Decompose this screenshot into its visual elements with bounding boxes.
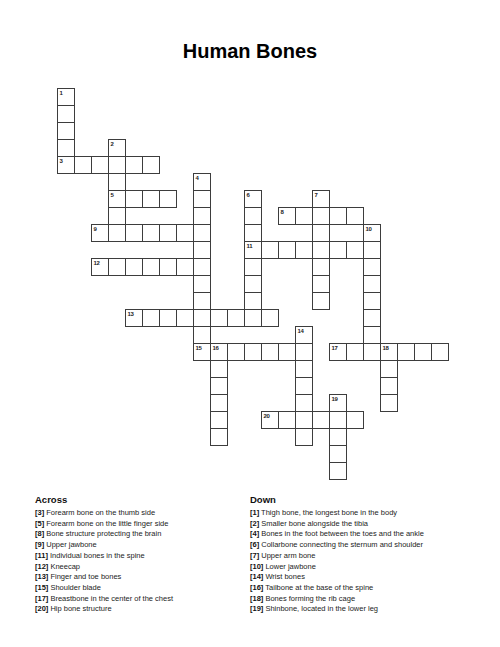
puzzle-title: Human Bones — [0, 40, 500, 63]
grid-cell[interactable]: 19 — [329, 394, 347, 412]
clue-number: 15 — [196, 345, 202, 351]
clue-item-text: Upper arm bone — [259, 551, 315, 560]
grid-cell[interactable] — [108, 258, 126, 276]
grid-cell[interactable] — [363, 326, 381, 344]
grid-cell[interactable] — [380, 394, 398, 412]
clue-item-number: [3] — [35, 508, 44, 517]
grid-cell[interactable] — [295, 343, 313, 361]
grid-cell[interactable]: 3 — [57, 156, 75, 174]
clue-item: [16] Tailbone at the base of the spine — [250, 583, 495, 594]
grid-cell[interactable] — [159, 309, 177, 327]
clue-item-text: Lower jawbone — [263, 562, 316, 571]
clue-number: 2 — [111, 141, 114, 147]
clue-number: 3 — [60, 158, 63, 164]
grid-cell[interactable] — [261, 309, 279, 327]
grid-cell[interactable] — [210, 394, 228, 412]
grid-cell[interactable] — [295, 394, 313, 412]
clue-item-text: Breastbone in the center of the chest — [48, 594, 173, 603]
grid-cell[interactable] — [125, 190, 143, 208]
clue-item-text: Finger and toe bones — [48, 572, 121, 581]
clue-item: [6] Collarbone connecting the sternum an… — [250, 540, 495, 551]
clue-item-text: Shoulder blade — [48, 583, 101, 592]
grid-cell[interactable] — [108, 156, 126, 174]
grid-cell[interactable]: 2 — [108, 139, 126, 157]
grid-cell[interactable] — [363, 309, 381, 327]
grid-cell[interactable] — [329, 411, 347, 429]
grid-cell[interactable] — [244, 224, 262, 242]
grid-cell[interactable] — [346, 241, 364, 259]
grid-cell[interactable]: 16 — [210, 343, 228, 361]
grid-cell[interactable] — [142, 156, 160, 174]
clue-item: [18] Bones forming the rib cage — [250, 594, 495, 605]
grid-cell[interactable] — [108, 173, 126, 191]
grid-cell[interactable] — [295, 241, 313, 259]
grid-cell[interactable] — [261, 241, 279, 259]
clue-item-text: Bones forming the rib cage — [263, 594, 355, 603]
clue-number: 8 — [281, 209, 284, 215]
grid-cell[interactable] — [363, 258, 381, 276]
grid-cell[interactable]: 10 — [363, 224, 381, 242]
clue-item: [1] Thigh bone, the longest bone in the … — [250, 508, 495, 519]
grid-cell[interactable] — [108, 224, 126, 242]
grid-cell[interactable] — [312, 258, 330, 276]
grid-cell[interactable]: 8 — [278, 207, 296, 225]
clue-item-text: Shinbone, located in the lower leg — [263, 604, 378, 613]
crossword-page: { "game": "crossword", "title": "Human B… — [0, 0, 500, 647]
clue-number: 13 — [128, 311, 134, 317]
grid-cell[interactable]: 5 — [108, 190, 126, 208]
grid-cell[interactable] — [278, 241, 296, 259]
clue-number: 5 — [111, 192, 114, 198]
clue-number: 14 — [298, 328, 304, 334]
grid-cell[interactable]: 13 — [125, 309, 143, 327]
grid-cell[interactable] — [295, 207, 313, 225]
grid-cell[interactable] — [312, 275, 330, 293]
clue-item-number: [15] — [35, 583, 48, 592]
clue-item: [17] Breastbone in the center of the che… — [35, 594, 245, 605]
grid-cell[interactable] — [227, 343, 245, 361]
clue-item-text: Smaller bone alongside the tibia — [259, 519, 368, 528]
clue-item: [14] Wrist bones — [250, 572, 495, 583]
clue-item: [11] Individual bones in the spine — [35, 551, 245, 562]
grid-cell[interactable] — [210, 411, 228, 429]
clue-item-number: [6] — [250, 540, 259, 549]
grid-cell[interactable] — [193, 224, 211, 242]
clue-number: 7 — [315, 192, 318, 198]
grid-cell[interactable]: 12 — [91, 258, 109, 276]
grid-cell[interactable] — [346, 343, 364, 361]
clue-number: 11 — [247, 243, 253, 249]
grid-cell[interactable]: 7 — [312, 190, 330, 208]
grid-cell[interactable] — [210, 428, 228, 446]
clue-number: 12 — [94, 260, 100, 266]
clue-item-text: Thigh bone, the longest bone in the body — [259, 508, 397, 517]
grid-cell[interactable] — [312, 207, 330, 225]
clue-item: [2] Smaller bone alongside the tibia — [250, 519, 495, 530]
grid-cell[interactable] — [363, 275, 381, 293]
clue-item: [8] Bone structure protecting the brain — [35, 529, 245, 540]
grid-cell[interactable] — [295, 360, 313, 378]
clue-item-number: [14] — [250, 572, 263, 581]
clue-number: 4 — [196, 175, 199, 181]
grid-cell[interactable] — [193, 292, 211, 310]
grid-cell[interactable] — [142, 224, 160, 242]
clue-item-number: [19] — [250, 604, 263, 613]
clue-item-text: Collarbone connecting the sternum and sh… — [259, 540, 423, 549]
grid-cell[interactable]: 15 — [193, 343, 211, 361]
grid-cell[interactable] — [108, 207, 126, 225]
clue-item-number: [7] — [250, 551, 259, 560]
grid-cell[interactable] — [193, 326, 211, 344]
grid-cell[interactable] — [380, 377, 398, 395]
clue-item-text: Bone structure protecting the brain — [44, 529, 161, 538]
clue-item: [13] Finger and toe bones — [35, 572, 245, 583]
grid-cell[interactable] — [414, 343, 432, 361]
across-clues: Across [3] Forearm bone on the thumb sid… — [35, 494, 245, 615]
grid-cell[interactable] — [193, 309, 211, 327]
grid-cell[interactable] — [244, 275, 262, 293]
grid-cell[interactable]: 1 — [57, 88, 75, 106]
clue-item: [19] Shinbone, located in the lower leg — [250, 604, 495, 615]
clue-number: 17 — [332, 345, 338, 351]
grid-cell[interactable] — [363, 241, 381, 259]
clue-item: [20] Hip bone structure — [35, 604, 245, 615]
grid-cell[interactable] — [329, 445, 347, 463]
grid-cell[interactable] — [312, 241, 330, 259]
clue-item: [12] Kneecap — [35, 562, 245, 573]
grid-cell[interactable] — [278, 411, 296, 429]
grid-cell[interactable] — [210, 309, 228, 327]
grid-cell[interactable] — [210, 360, 228, 378]
grid-cell[interactable] — [329, 241, 347, 259]
grid-cell[interactable] — [244, 258, 262, 276]
clue-item-number: [11] — [35, 551, 48, 560]
clue-item-number: [16] — [250, 583, 263, 592]
grid-cell[interactable] — [125, 224, 143, 242]
grid-cell[interactable] — [142, 309, 160, 327]
grid-cell[interactable] — [346, 411, 364, 429]
clue-item-text: Forearm bone on the little finger side — [44, 519, 168, 528]
grid-cell[interactable]: 9 — [91, 224, 109, 242]
grid-cell[interactable]: 14 — [295, 326, 313, 344]
down-clues: Down [1] Thigh bone, the longest bone in… — [250, 494, 495, 615]
grid-cell[interactable]: 18 — [380, 343, 398, 361]
clue-item-number: [9] — [35, 540, 44, 549]
clue-item-number: [4] — [250, 529, 259, 538]
clue-item-text: Upper jawbone — [44, 540, 97, 549]
across-clue-list: [3] Forearm bone on the thumb side[5] Fo… — [35, 508, 245, 615]
grid-cell[interactable]: 17 — [329, 343, 347, 361]
clue-item-text: Wrist bones — [263, 572, 305, 581]
grid-cell[interactable] — [193, 190, 211, 208]
grid-cell[interactable]: 20 — [261, 411, 279, 429]
clue-item-number: [20] — [35, 604, 48, 613]
clue-item-text: Bones in the foot between the toes and t… — [259, 529, 424, 538]
clue-item-text: Individual bones in the spine — [48, 551, 145, 560]
grid-cell[interactable] — [193, 241, 211, 259]
clue-item-number: [12] — [35, 562, 48, 571]
grid-cell[interactable] — [159, 224, 177, 242]
grid-cell[interactable] — [363, 343, 381, 361]
grid-cell[interactable]: 6 — [244, 190, 262, 208]
grid-cell[interactable] — [57, 105, 75, 123]
grid-cell[interactable] — [193, 207, 211, 225]
clue-item: [9] Upper jawbone — [35, 540, 245, 551]
grid-cell[interactable] — [329, 428, 347, 446]
grid-cell[interactable] — [329, 207, 347, 225]
grid-cell[interactable] — [91, 156, 109, 174]
clue-number: 18 — [383, 345, 389, 351]
clue-item-number: [17] — [35, 594, 48, 603]
grid-cell[interactable] — [244, 207, 262, 225]
grid-cell[interactable] — [295, 377, 313, 395]
down-heading: Down — [250, 494, 495, 506]
clue-number: 10 — [366, 226, 372, 232]
down-clue-list: [1] Thigh bone, the longest bone in the … — [250, 508, 495, 615]
clue-item: [7] Upper arm bone — [250, 551, 495, 562]
clue-number: 1 — [60, 90, 63, 96]
grid-cell[interactable] — [125, 156, 143, 174]
clue-item-number: [18] — [250, 594, 263, 603]
grid-cell[interactable]: 4 — [193, 173, 211, 191]
grid-cell[interactable] — [244, 343, 262, 361]
grid-cell[interactable] — [329, 462, 347, 480]
grid-cell[interactable] — [142, 258, 160, 276]
clue-item-number: [10] — [250, 562, 263, 571]
across-heading: Across — [35, 494, 245, 506]
grid-cell[interactable] — [312, 224, 330, 242]
clue-number: 16 — [213, 345, 219, 351]
grid-cell[interactable] — [295, 411, 313, 429]
grid-cell[interactable] — [244, 292, 262, 310]
clue-number: 19 — [332, 396, 338, 402]
grid-cell[interactable] — [176, 224, 194, 242]
grid-cell[interactable] — [244, 309, 262, 327]
clue-number: 9 — [94, 226, 97, 232]
grid-cell[interactable]: 11 — [244, 241, 262, 259]
grid-cell[interactable] — [346, 207, 364, 225]
clue-item-number: [13] — [35, 572, 48, 581]
grid-cell[interactable] — [176, 309, 194, 327]
grid-cell[interactable] — [363, 292, 381, 310]
clue-number: 20 — [264, 413, 270, 419]
grid-cell[interactable] — [397, 343, 415, 361]
clue-item: [5] Forearm bone on the little finger si… — [35, 519, 245, 530]
grid-cell[interactable] — [159, 258, 177, 276]
crossword-grid: 1234567891011121314151617181920 — [57, 88, 449, 480]
grid-cell[interactable] — [312, 292, 330, 310]
clue-item: [15] Shoulder blade — [35, 583, 245, 594]
grid-cell[interactable] — [227, 309, 245, 327]
clue-item-number: [1] — [250, 508, 259, 517]
clue-number: 6 — [247, 192, 250, 198]
grid-cell[interactable] — [176, 258, 194, 276]
grid-cell[interactable] — [295, 428, 313, 446]
grid-cell[interactable] — [380, 360, 398, 378]
grid-cell[interactable] — [74, 156, 92, 174]
clue-item-text: Hip bone structure — [48, 604, 111, 613]
grid-cell[interactable] — [125, 258, 143, 276]
grid-cell[interactable] — [57, 122, 75, 140]
grid-cell[interactable] — [210, 377, 228, 395]
grid-cell[interactable] — [312, 411, 330, 429]
grid-cell[interactable] — [431, 343, 449, 361]
clue-item: [10] Lower jawbone — [250, 562, 495, 573]
grid-cell[interactable] — [193, 275, 211, 293]
clue-item-number: [8] — [35, 529, 44, 538]
clue-item-number: [5] — [35, 519, 44, 528]
grid-cell[interactable] — [193, 258, 211, 276]
clue-item-number: [2] — [250, 519, 259, 528]
clue-item-text: Tailbone at the base of the spine — [263, 583, 373, 592]
grid-cell[interactable] — [278, 343, 296, 361]
grid-cell[interactable] — [142, 190, 160, 208]
clue-item: [4] Bones in the foot between the toes a… — [250, 529, 495, 540]
clue-item-text: Kneecap — [48, 562, 80, 571]
clue-item-text: Forearm bone on the thumb side — [44, 508, 155, 517]
grid-cell[interactable] — [261, 343, 279, 361]
grid-cell[interactable] — [57, 139, 75, 157]
grid-cell[interactable] — [159, 190, 177, 208]
clue-item: [3] Forearm bone on the thumb side — [35, 508, 245, 519]
